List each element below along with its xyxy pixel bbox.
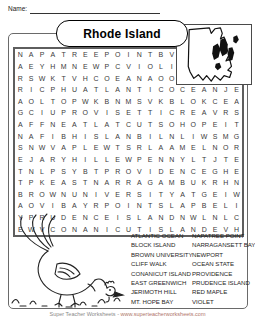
- grid-cell: O: [156, 72, 167, 84]
- word-item: PROVIDENCE: [192, 269, 255, 278]
- grid-cell: Y: [58, 154, 69, 166]
- grid-cell: A: [177, 189, 188, 201]
- grid-cell: T: [91, 165, 102, 177]
- grid-cell: N: [15, 49, 26, 61]
- grid-cell: R: [231, 142, 242, 154]
- grid-cell: C: [166, 107, 177, 119]
- grid-cell: A: [199, 84, 210, 96]
- grid-cell: I: [47, 200, 58, 212]
- grid-cell: E: [112, 154, 123, 166]
- grid-cell: J: [26, 154, 37, 166]
- grid-cell: R: [220, 107, 231, 119]
- grid-cell: N: [210, 84, 221, 96]
- grid-cell: T: [145, 119, 156, 131]
- grid-cell: P: [47, 165, 58, 177]
- grid-cell: B: [156, 49, 167, 61]
- grid-cell: H: [47, 61, 58, 73]
- grid-cell: Y: [166, 189, 177, 201]
- grid-cell: C: [37, 84, 48, 96]
- grid-cell: T: [156, 189, 167, 201]
- grid-cell: I: [123, 49, 134, 61]
- grid-cell: P: [69, 142, 80, 154]
- grid-cell: T: [134, 84, 145, 96]
- grid-cell: R: [123, 189, 134, 201]
- grid-cell: B: [199, 200, 210, 212]
- grid-cell: L: [101, 84, 112, 96]
- grid-cell: W: [231, 189, 242, 201]
- grid-cell: N: [123, 84, 134, 96]
- title-bubble: Rhode Island: [56, 20, 188, 47]
- grid-cell: N: [80, 189, 91, 201]
- grid-cell: L: [220, 200, 231, 212]
- grid-cell: I: [231, 200, 242, 212]
- grid-cell: L: [177, 130, 188, 142]
- grid-cell: Y: [69, 165, 80, 177]
- grid-cell: S: [156, 200, 167, 212]
- grid-cell: T: [145, 107, 156, 119]
- grid-cell: S: [112, 107, 123, 119]
- grid-cell: A: [112, 84, 123, 96]
- grid-cell: T: [58, 72, 69, 84]
- grid-cell: N: [231, 177, 242, 189]
- grid-cell: E: [112, 189, 123, 201]
- name-blank-line[interactable]: [30, 13, 160, 14]
- grid-cell: I: [26, 84, 37, 96]
- grid-cell: I: [91, 189, 102, 201]
- grid-cell: A: [199, 107, 210, 119]
- word-item: ATLANTIC OCEAN: [131, 231, 192, 240]
- word-item: NARRAGANSETT BAY: [192, 240, 255, 249]
- grid-cell: I: [80, 130, 91, 142]
- grid-cell: G: [15, 107, 26, 119]
- grid-cell: A: [145, 72, 156, 84]
- grid-cell: A: [134, 177, 145, 189]
- grid-cell: S: [134, 96, 145, 108]
- grid-cell: W: [199, 130, 210, 142]
- grid-cell: R: [177, 107, 188, 119]
- grid-cell: L: [166, 200, 177, 212]
- grid-cell: A: [15, 61, 26, 73]
- grid-cell: Y: [37, 61, 48, 73]
- grid-cell: W: [37, 142, 48, 154]
- grid-cell: L: [134, 212, 145, 224]
- grid-cell: S: [231, 107, 242, 119]
- grid-cell: T: [199, 154, 210, 166]
- grid-cell: A: [123, 72, 134, 84]
- grid-cell: D: [156, 165, 167, 177]
- word-item: MT. HOPE BAY: [131, 297, 192, 306]
- grid-cell: R: [47, 154, 58, 166]
- grid-cell: A: [26, 49, 37, 61]
- worksheet-page: Name: Rhode Island NAPATREEPOINTBVAEYHMN…: [0, 0, 255, 330]
- grid-cell: A: [177, 200, 188, 212]
- grid-cell: B: [80, 165, 91, 177]
- grid-cell: K: [156, 96, 167, 108]
- grid-cell: A: [166, 142, 177, 154]
- grid-cell: P: [101, 200, 112, 212]
- grid-cell: O: [145, 61, 156, 73]
- grid-cell: T: [112, 119, 123, 131]
- grid-cell: Y: [80, 200, 91, 212]
- grid-cell: T: [145, 200, 156, 212]
- grid-cell: U: [69, 84, 80, 96]
- grid-cell: M: [220, 130, 231, 142]
- grid-cell: O: [80, 107, 91, 119]
- grid-cell: T: [145, 49, 156, 61]
- grid-cell: U: [188, 177, 199, 189]
- grid-cell: T: [231, 119, 242, 131]
- grid-cell: R: [112, 165, 123, 177]
- grid-cell: H: [220, 165, 231, 177]
- grid-cell: L: [156, 130, 167, 142]
- grid-cell: L: [101, 154, 112, 166]
- grid-cell: N: [26, 142, 37, 154]
- grid-cell: L: [37, 96, 48, 108]
- grid-cell: F: [37, 130, 48, 142]
- grid-cell: O: [101, 72, 112, 84]
- grid-cell: V: [91, 107, 102, 119]
- grid-cell: E: [145, 154, 156, 166]
- grid-cell: I: [145, 165, 156, 177]
- grid-cell: P: [134, 154, 145, 166]
- grid-cell: T: [188, 189, 199, 201]
- grid-cell: P: [58, 107, 69, 119]
- grid-cell: S: [123, 142, 134, 154]
- grid-cell: E: [231, 165, 242, 177]
- word-list: ATLANTIC OCEANBLOCK ISLANDBROWN UNIVERSI…: [131, 231, 247, 306]
- word-item: VIOLET: [192, 297, 255, 306]
- grid-cell: V: [47, 142, 58, 154]
- grid-cell: C: [156, 84, 167, 96]
- grid-cell: E: [80, 61, 91, 73]
- grid-cell: I: [188, 130, 199, 142]
- grid-cell: H: [69, 130, 80, 142]
- grid-cell: V: [123, 61, 134, 73]
- grid-cell: W: [91, 61, 102, 73]
- grid-cell: A: [101, 177, 112, 189]
- grid-cell: L: [156, 61, 167, 73]
- grid-cell: R: [91, 200, 102, 212]
- grid-cell: S: [210, 130, 221, 142]
- grid-cell: B: [101, 96, 112, 108]
- grid-cell: F: [26, 119, 37, 131]
- grid-cell: E: [80, 49, 91, 61]
- grid-cell: K: [199, 177, 210, 189]
- grid-cell: A: [80, 84, 91, 96]
- footer-url[interactable]: www.superteacherworksheets.com: [121, 311, 206, 317]
- grid-cell: N: [166, 154, 177, 166]
- grid-cell: U: [69, 189, 80, 201]
- grid-cell: H: [69, 154, 80, 166]
- grid-cell: P: [188, 200, 199, 212]
- grid-cell: O: [58, 96, 69, 108]
- grid-cell: N: [134, 49, 145, 61]
- grid-cell: K: [91, 96, 102, 108]
- grid-cell: A: [47, 49, 58, 61]
- grid-cell: U: [134, 119, 145, 131]
- grid-cell: P: [101, 165, 112, 177]
- grid-cell: L: [101, 130, 112, 142]
- word-item: EAST GREENWICH: [131, 278, 192, 287]
- grid-cell: E: [15, 154, 26, 166]
- word-item: BROWN UNIVERSITY: [131, 250, 192, 259]
- grid-cell: D: [166, 212, 177, 224]
- grid-cell: W: [80, 96, 91, 108]
- word-item: PRUDENCE ISLAND: [192, 278, 255, 287]
- grid-cell: A: [156, 142, 167, 154]
- grid-cell: E: [47, 177, 58, 189]
- grid-cell: T: [15, 177, 26, 189]
- grid-cell: N: [177, 212, 188, 224]
- grid-cell: T: [80, 177, 91, 189]
- grid-cell: O: [112, 200, 123, 212]
- grid-cell: K: [47, 72, 58, 84]
- grid-cell: N: [177, 165, 188, 177]
- grid-cell: C: [26, 107, 37, 119]
- grid-cell: S: [58, 165, 69, 177]
- grid-cell: N: [156, 212, 167, 224]
- word-item: BLOCK ISLAND: [131, 240, 192, 249]
- grid-cell: K: [199, 96, 210, 108]
- grid-cell: C: [231, 212, 242, 224]
- grid-cell: O: [166, 84, 177, 96]
- word-item: CONANICUT ISLAND: [131, 269, 192, 278]
- word-item: RED MAPLE: [192, 287, 255, 296]
- grid-cell: E: [188, 84, 199, 96]
- grid-cell: V: [69, 72, 80, 84]
- grid-cell: N: [69, 61, 80, 73]
- grid-cell: U: [47, 107, 58, 119]
- grid-cell: T: [80, 119, 91, 131]
- grid-cell: E: [210, 189, 221, 201]
- grid-cell: E: [210, 119, 221, 131]
- grid-cell: J: [220, 84, 231, 96]
- name-label: Name:: [8, 5, 27, 12]
- grid-cell: W: [123, 154, 134, 166]
- grid-cell: B: [58, 200, 69, 212]
- grid-cell: O: [112, 49, 123, 61]
- grid-cell: E: [58, 119, 69, 131]
- grid-cell: N: [156, 154, 167, 166]
- grid-cell: M: [58, 61, 69, 73]
- grid-cell: R: [112, 177, 123, 189]
- grid-cell: W: [37, 72, 48, 84]
- grid-cell: W: [188, 212, 199, 224]
- grid-cell: N: [47, 119, 58, 131]
- grid-cell: H: [220, 177, 231, 189]
- word-item: JERIMOTH HILL: [131, 287, 192, 296]
- grid-cell: S: [26, 72, 37, 84]
- grid-cell: I: [145, 189, 156, 201]
- grid-cell: E: [112, 72, 123, 84]
- grid-cell: R: [69, 49, 80, 61]
- grid-cell: P: [47, 84, 58, 96]
- grid-cell: A: [145, 212, 156, 224]
- grid-cell: V: [210, 107, 221, 119]
- grid-cell: N: [58, 189, 69, 201]
- grid-cell: P: [101, 61, 112, 73]
- grid-cell: L: [37, 165, 48, 177]
- grid-cell: T: [220, 154, 231, 166]
- grid-cell: L: [177, 96, 188, 108]
- grid-cell: G: [145, 177, 156, 189]
- grid-cell: L: [145, 142, 156, 154]
- grid-cell: P: [199, 119, 210, 131]
- grid-cell: V: [145, 96, 156, 108]
- grid-cell: E: [231, 154, 242, 166]
- grid-cell: C: [210, 96, 221, 108]
- grid-cell: I: [134, 61, 145, 73]
- rooster-icon: [8, 211, 128, 308]
- grid-cell: A: [15, 96, 26, 108]
- grid-cell: N: [26, 165, 37, 177]
- footer: Super Teacher Worksheets - www.superteac…: [0, 311, 255, 317]
- grid-cell: V: [134, 165, 145, 177]
- word-item: CLIFF WALK: [131, 259, 192, 268]
- grid-cell: I: [156, 107, 167, 119]
- word-list-column-1: ATLANTIC OCEANBLOCK ISLANDBROWN UNIVERSI…: [131, 231, 192, 306]
- grid-cell: H: [177, 119, 188, 131]
- grid-cell: C: [112, 61, 123, 73]
- grid-cell: E: [188, 142, 199, 154]
- grid-cell: R: [210, 177, 221, 189]
- grid-cell: T: [91, 84, 102, 96]
- footer-brand: Super Teacher Worksheets: [49, 311, 115, 317]
- grid-cell: B: [166, 96, 177, 108]
- grid-cell: A: [58, 177, 69, 189]
- grid-cell: C: [188, 165, 199, 177]
- grid-cell: P: [26, 177, 37, 189]
- grid-cell: S: [134, 189, 145, 201]
- grid-cell: C: [123, 119, 134, 131]
- word-item: NAPATREE POINT: [192, 231, 255, 240]
- grid-cell: A: [37, 154, 48, 166]
- rhode-island-map-icon: [178, 26, 250, 83]
- grid-cell: A: [15, 119, 26, 131]
- grid-cell: I: [145, 130, 156, 142]
- grid-cell: E: [91, 49, 102, 61]
- grid-cell: N: [134, 72, 145, 84]
- grid-cell: E: [231, 84, 242, 96]
- grid-cell: L: [91, 119, 102, 131]
- grid-cell: E: [188, 107, 199, 119]
- grid-cell: A: [26, 130, 37, 142]
- grid-cell: O: [188, 96, 199, 108]
- grid-cell: B: [134, 130, 145, 142]
- grid-cell: Y: [177, 154, 188, 166]
- grid-cell: N: [123, 130, 134, 142]
- grid-cell: M: [123, 96, 134, 108]
- grid-cell: L: [199, 142, 210, 154]
- grid-cell: B: [15, 189, 26, 201]
- grid-cell: N: [91, 177, 102, 189]
- grid-cell: I: [47, 130, 58, 142]
- grid-cell: O: [26, 96, 37, 108]
- grid-cell: O: [166, 119, 177, 131]
- grid-cell: I: [80, 154, 91, 166]
- grid-cell: G: [199, 189, 210, 201]
- grid-cell: T: [47, 96, 58, 108]
- grid-cell: L: [91, 154, 102, 166]
- grid-cell: P: [37, 49, 48, 61]
- grid-cell: P: [69, 96, 80, 108]
- grid-cell: L: [220, 212, 231, 224]
- word-list-column-2: NAPATREE POINTNARRAGANSETT BAYNEWPORTOCE…: [192, 231, 255, 306]
- grid-cell: T: [112, 142, 123, 154]
- grid-cell: R: [15, 72, 26, 84]
- grid-cell: N: [166, 130, 177, 142]
- grid-cell: A: [15, 200, 26, 212]
- grid-cell: H: [80, 72, 91, 84]
- grid-cell: A: [58, 142, 69, 154]
- grid-cell: F: [37, 119, 48, 131]
- grid-cell: K: [37, 177, 48, 189]
- grid-cell: L: [80, 142, 91, 154]
- grid-cell: C: [177, 84, 188, 96]
- grid-cell: B: [177, 177, 188, 189]
- grid-cell: S: [69, 177, 80, 189]
- grid-cell: N: [134, 200, 145, 212]
- word-item: OCEAN STATE: [192, 259, 255, 268]
- grid-cell: A: [112, 130, 123, 142]
- grid-cell: T: [58, 49, 69, 61]
- grid-cell: I: [220, 119, 231, 131]
- grid-cell: N: [15, 130, 26, 142]
- grid-cell: M: [166, 177, 177, 189]
- grid-cell: G: [231, 130, 242, 142]
- grid-cell: E: [26, 61, 37, 73]
- grid-cell: S: [156, 119, 167, 131]
- word-item: NEWPORT: [192, 250, 255, 259]
- grid-cell: G: [210, 165, 221, 177]
- grid-cell: N: [210, 212, 221, 224]
- grid-cell: R: [134, 142, 145, 154]
- grid-cell: R: [123, 177, 134, 189]
- grid-cell: M: [177, 142, 188, 154]
- grid-cell: N: [112, 96, 123, 108]
- grid-cell: L: [199, 212, 210, 224]
- grid-cell: I: [101, 107, 112, 119]
- grid-cell: E: [166, 165, 177, 177]
- grid-cell: V: [101, 189, 112, 201]
- grid-cell: A: [69, 200, 80, 212]
- grid-cell: R: [69, 107, 80, 119]
- grid-cell: A: [231, 96, 242, 108]
- grid-cell: R: [26, 189, 37, 201]
- grid-cell: A: [69, 119, 80, 131]
- grid-cell: S: [15, 142, 26, 154]
- grid-cell: I: [123, 200, 134, 212]
- grid-cell: E: [91, 142, 102, 154]
- grid-cell: O: [26, 200, 37, 212]
- grid-cell: V: [37, 200, 48, 212]
- grid-cell: P: [101, 49, 112, 61]
- grid-cell: H: [58, 84, 69, 96]
- grid-cell: S: [91, 130, 102, 142]
- grid-cell: E: [220, 96, 231, 108]
- grid-cell: T: [15, 165, 26, 177]
- grid-cell: O: [123, 165, 134, 177]
- grid-cell: L: [188, 154, 199, 166]
- puzzle-title: Rhode Island: [83, 27, 161, 41]
- grid-cell: I: [220, 189, 231, 201]
- grid-cell: I: [37, 107, 48, 119]
- grid-cell: E: [199, 165, 210, 177]
- grid-cell: N: [210, 142, 221, 154]
- grid-cell: J: [210, 154, 221, 166]
- grid-cell: R: [15, 84, 26, 96]
- grid-cell: O: [37, 189, 48, 201]
